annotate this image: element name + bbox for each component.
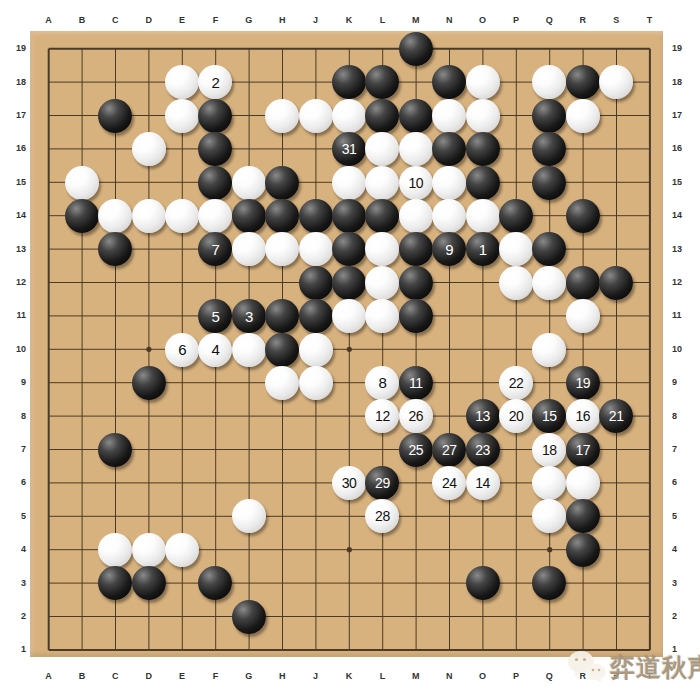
watermark-text: 弈道秋声: [610, 651, 700, 684]
stone-d3: [132, 566, 166, 600]
stone-l17: [365, 99, 399, 133]
stone-k6: 30: [332, 466, 366, 500]
stone-m16: [399, 132, 433, 166]
coord-e: E: [165, 14, 198, 26]
coord-m: M: [399, 670, 432, 682]
stone-k11: [332, 299, 366, 333]
stone-m19: [399, 32, 433, 66]
stone-q7: 18: [532, 433, 566, 467]
coord-o: O: [466, 14, 499, 26]
coord-19: 19: [672, 32, 692, 65]
stone-j10: [299, 333, 333, 367]
coord-o: O: [466, 670, 499, 682]
stone-f3: [198, 566, 232, 600]
coord-h: H: [266, 14, 299, 26]
move-number: 17: [575, 443, 590, 457]
coord-l: L: [366, 14, 399, 26]
stone-b14: [65, 199, 99, 233]
move-number: 19: [575, 376, 590, 390]
coord-16: 16: [672, 132, 692, 165]
stone-q13: [532, 232, 566, 266]
stone-l8: 12: [365, 399, 399, 433]
move-number: 2: [212, 75, 220, 90]
stone-q16: [532, 132, 566, 166]
coord-11: 11: [672, 299, 692, 332]
stone-f15: [198, 166, 232, 200]
stone-l18: [365, 65, 399, 99]
stone-l13: [365, 232, 399, 266]
coord-s: S: [599, 14, 632, 26]
coord-q: Q: [533, 670, 566, 682]
stone-q6: [532, 466, 566, 500]
stone-h10: [265, 333, 299, 367]
stone-q15: [532, 166, 566, 200]
stone-r18: [566, 65, 600, 99]
stone-o7: 23: [466, 433, 500, 467]
stone-o3: [466, 566, 500, 600]
stone-s12: [599, 266, 633, 300]
stone-n14: [432, 199, 466, 233]
move-number: 28: [375, 509, 390, 523]
coord-8: 8: [6, 400, 26, 433]
stone-r17: [566, 99, 600, 133]
stone-c17: [98, 99, 132, 133]
stone-o16: [466, 132, 500, 166]
stone-j13: [299, 232, 333, 266]
coord-l: L: [366, 670, 399, 682]
move-number: 21: [609, 409, 624, 423]
stone-o15: [466, 166, 500, 200]
move-number: 16: [575, 409, 590, 423]
stone-l12: [365, 266, 399, 300]
stone-m12: [399, 266, 433, 300]
stone-g5: [232, 499, 266, 533]
coord-14: 14: [6, 199, 26, 232]
stone-g10: [232, 333, 266, 367]
stone-n18: [432, 65, 466, 99]
stone-k16: 31: [332, 132, 366, 166]
stone-k17: [332, 99, 366, 133]
stone-g15: [232, 166, 266, 200]
column-labels-top: ABCDEFGHJKLMNOPQRST: [32, 14, 666, 26]
move-number: 11: [409, 376, 423, 390]
stone-q8: 15: [532, 399, 566, 433]
stone-b15: [65, 166, 99, 200]
coord-t: T: [633, 14, 666, 26]
stone-k18: [332, 65, 366, 99]
coord-15: 15: [672, 166, 692, 199]
stone-l5: 28: [365, 499, 399, 533]
stone-f10: 4: [198, 333, 232, 367]
stone-r5: [566, 499, 600, 533]
stone-g11: 3: [232, 299, 266, 333]
coord-d: D: [132, 14, 165, 26]
coord-5: 5: [672, 500, 692, 533]
coord-n: N: [432, 670, 465, 682]
coord-18: 18: [6, 66, 26, 99]
stone-g2: [232, 600, 266, 634]
stone-f14: [198, 199, 232, 233]
row-labels-left: 19181716151413121110987654321: [6, 32, 26, 666]
coord-9: 9: [6, 366, 26, 399]
move-number: 6: [178, 342, 186, 357]
coord-j: J: [299, 14, 332, 26]
coord-10: 10: [6, 333, 26, 366]
stone-d14: [132, 199, 166, 233]
stone-j12: [299, 266, 333, 300]
move-number: 9: [445, 242, 453, 257]
stone-c3: [98, 566, 132, 600]
move-number: 14: [475, 476, 490, 490]
stone-r7: 17: [566, 433, 600, 467]
stone-l9: 8: [365, 366, 399, 400]
move-number: 4: [212, 342, 220, 357]
move-number: 24: [442, 476, 457, 490]
stone-o18: [466, 65, 500, 99]
stone-f16: [198, 132, 232, 166]
coord-15: 15: [6, 166, 26, 199]
stone-e17: [165, 99, 199, 133]
coord-a: A: [32, 14, 65, 26]
stone-r8: 16: [566, 399, 600, 433]
move-number: 8: [378, 375, 386, 390]
coord-f: F: [199, 14, 232, 26]
coord-j: J: [299, 670, 332, 682]
stone-k15: [332, 166, 366, 200]
stone-r6: [566, 466, 600, 500]
stone-q3: [532, 566, 566, 600]
coord-9: 9: [672, 366, 692, 399]
stone-o6: 14: [466, 466, 500, 500]
stone-p14: [499, 199, 533, 233]
stone-l6: 29: [365, 466, 399, 500]
coord-5: 5: [6, 500, 26, 533]
stone-f13: 7: [198, 232, 232, 266]
coord-18: 18: [672, 66, 692, 99]
coord-g: G: [232, 14, 265, 26]
coord-3: 3: [6, 567, 26, 600]
stone-e18: [165, 65, 199, 99]
stone-s18: [599, 65, 633, 99]
stone-m11: [399, 299, 433, 333]
coord-2: 2: [672, 600, 692, 633]
coord-2: 2: [6, 600, 26, 633]
move-number: 7: [212, 242, 220, 257]
coord-k: K: [332, 14, 365, 26]
stone-k13: [332, 232, 366, 266]
stone-p13: [499, 232, 533, 266]
coord-4: 4: [672, 533, 692, 566]
row-labels-right: 19181716151413121110987654321: [672, 32, 692, 666]
coord-g: G: [232, 670, 265, 682]
coord-k: K: [332, 670, 365, 682]
move-number: 5: [212, 309, 220, 324]
stone-s8: 21: [599, 399, 633, 433]
coord-17: 17: [6, 99, 26, 132]
stone-j11: [299, 299, 333, 333]
stone-h14: [265, 199, 299, 233]
stone-j14: [299, 199, 333, 233]
stone-q10: [532, 333, 566, 367]
wechat-icon: [566, 648, 608, 686]
coord-a: A: [32, 670, 65, 682]
stone-h17: [265, 99, 299, 133]
coord-11: 11: [6, 299, 26, 332]
move-number: 18: [542, 443, 557, 457]
coord-b: B: [65, 670, 98, 682]
coord-7: 7: [6, 433, 26, 466]
move-number: 12: [375, 409, 390, 423]
move-number: 20: [509, 409, 524, 423]
stone-m14: [399, 199, 433, 233]
stone-m13: [399, 232, 433, 266]
stone-q17: [532, 99, 566, 133]
move-number: 1: [479, 242, 487, 257]
coord-6: 6: [6, 466, 26, 499]
move-number: 22: [509, 376, 524, 390]
coord-b: B: [65, 14, 98, 26]
stone-e14: [165, 199, 199, 233]
stone-d9: [132, 366, 166, 400]
stone-e10: 6: [165, 333, 199, 367]
move-number: 10: [409, 176, 424, 190]
coord-c: C: [99, 14, 132, 26]
stone-n16: [432, 132, 466, 166]
stone-f11: 5: [198, 299, 232, 333]
stone-r11: [566, 299, 600, 333]
stone-h9: [265, 366, 299, 400]
stone-d16: [132, 132, 166, 166]
stone-o8: 13: [466, 399, 500, 433]
stone-o13: 1: [466, 232, 500, 266]
move-number: 3: [245, 309, 253, 324]
coord-p: P: [499, 14, 532, 26]
coord-1: 1: [6, 633, 26, 666]
stone-p12: [499, 266, 533, 300]
coord-8: 8: [672, 400, 692, 433]
coord-e: E: [165, 670, 198, 682]
move-number: 25: [409, 443, 424, 457]
coord-d: D: [132, 670, 165, 682]
coord-13: 13: [672, 233, 692, 266]
watermark: 弈道秋声: [566, 648, 700, 686]
stone-r4: [566, 533, 600, 567]
coord-r: R: [566, 14, 599, 26]
stone-c4: [98, 533, 132, 567]
coord-c: C: [99, 670, 132, 682]
stone-n7: 27: [432, 433, 466, 467]
move-number: 29: [375, 476, 390, 490]
stone-m8: 26: [399, 399, 433, 433]
stone-p9: 22: [499, 366, 533, 400]
coord-16: 16: [6, 132, 26, 165]
stone-q18: [532, 65, 566, 99]
coord-h: H: [266, 670, 299, 682]
stone-j17: [299, 99, 333, 133]
stone-o14: [466, 199, 500, 233]
stone-h11: [265, 299, 299, 333]
stone-f17: [198, 99, 232, 133]
stone-l14: [365, 199, 399, 233]
coord-p: P: [499, 670, 532, 682]
move-number: 15: [542, 409, 557, 423]
coord-12: 12: [672, 266, 692, 299]
coord-f: F: [199, 670, 232, 682]
stone-r14: [566, 199, 600, 233]
coord-17: 17: [672, 99, 692, 132]
coord-n: N: [432, 14, 465, 26]
stone-n15: [432, 166, 466, 200]
stone-l11: [365, 299, 399, 333]
stone-q5: [532, 499, 566, 533]
stone-c13: [98, 232, 132, 266]
coord-12: 12: [6, 266, 26, 299]
coord-3: 3: [672, 567, 692, 600]
stone-c7: [98, 433, 132, 467]
stone-k14: [332, 199, 366, 233]
stone-n13: 9: [432, 232, 466, 266]
move-number: 31: [342, 142, 357, 156]
stone-m17: [399, 99, 433, 133]
stone-p8: 20: [499, 399, 533, 433]
coord-13: 13: [6, 233, 26, 266]
stone-r9: 19: [566, 366, 600, 400]
coord-q: Q: [533, 14, 566, 26]
move-number: 13: [475, 409, 490, 423]
coord-10: 10: [672, 333, 692, 366]
stone-r12: [566, 266, 600, 300]
coord-14: 14: [672, 199, 692, 232]
stone-l16: [365, 132, 399, 166]
stone-g14: [232, 199, 266, 233]
stone-d4: [132, 533, 166, 567]
stone-l15: [365, 166, 399, 200]
stone-j9: [299, 366, 333, 400]
stone-f18: 2: [198, 65, 232, 99]
move-number: 30: [342, 476, 357, 490]
coord-19: 19: [6, 32, 26, 65]
stone-m7: 25: [399, 433, 433, 467]
stone-e4: [165, 533, 199, 567]
stone-m9: 11: [399, 366, 433, 400]
stone-o17: [466, 99, 500, 133]
coord-6: 6: [672, 466, 692, 499]
coord-m: M: [399, 14, 432, 26]
go-diagram-page: ABCDEFGHJKLMNOPQRST ABCDEFGHJKLMNOPQRST …: [0, 0, 700, 700]
stone-n17: [432, 99, 466, 133]
stone-h15: [265, 166, 299, 200]
move-number: 23: [475, 443, 490, 457]
stone-g13: [232, 232, 266, 266]
stone-k12: [332, 266, 366, 300]
move-number: 26: [409, 409, 424, 423]
move-number: 27: [442, 443, 457, 457]
stone-c14: [98, 199, 132, 233]
stone-n6: 24: [432, 466, 466, 500]
stone-m15: 10: [399, 166, 433, 200]
stone-h13: [265, 232, 299, 266]
coord-4: 4: [6, 533, 26, 566]
coord-7: 7: [672, 433, 692, 466]
stone-q12: [532, 266, 566, 300]
stones-layer: 2311079153648112219122613201516212527231…: [32, 32, 666, 666]
